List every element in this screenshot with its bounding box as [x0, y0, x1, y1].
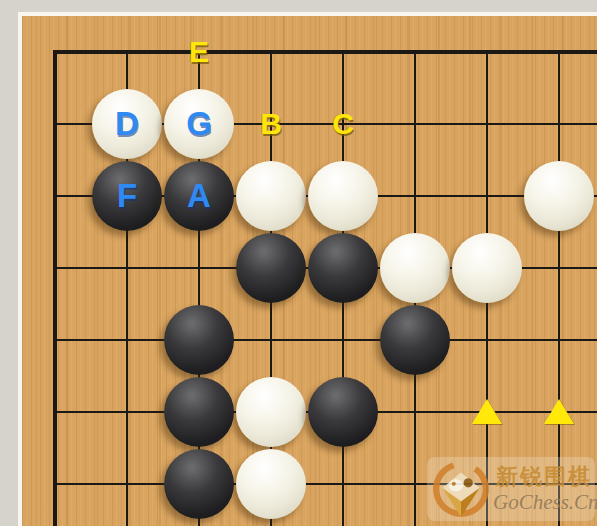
grid-line-horizontal	[53, 50, 597, 54]
black-stone-C14	[164, 377, 234, 447]
white-stone-B18: D	[92, 89, 162, 159]
white-stone-E17	[308, 161, 378, 231]
grid-line-horizontal	[53, 339, 597, 341]
watermark-cn-text: 新锐围棋	[496, 462, 592, 492]
white-stone-F16	[380, 233, 450, 303]
triangle-marker-H14	[544, 399, 574, 424]
black-stone-F15	[380, 305, 450, 375]
point-label-B[interactable]: B	[248, 105, 294, 143]
gochess-logo-icon	[430, 458, 492, 520]
white-stone-C18: G	[164, 89, 234, 159]
board-layer: DGFAEBC	[0, 0, 597, 526]
watermark-site-text: GoChess.Cn	[493, 490, 593, 515]
black-stone-E14	[308, 377, 378, 447]
white-stone-G16	[452, 233, 522, 303]
watermark: 新锐围棋 GoChess.Cn	[427, 457, 595, 521]
stone-label-F: F	[117, 177, 137, 214]
white-stone-D17	[236, 161, 306, 231]
black-stone-C17: A	[164, 161, 234, 231]
point-label-C[interactable]: C	[320, 105, 366, 143]
black-stone-B17: F	[92, 161, 162, 231]
white-stone-D14	[236, 377, 306, 447]
grid-line-vertical	[558, 50, 560, 526]
white-stone-D13	[236, 449, 306, 519]
point-label-E[interactable]: E	[176, 33, 222, 71]
black-stone-C13	[164, 449, 234, 519]
white-stone-H17	[524, 161, 594, 231]
stone-label-G: G	[186, 105, 212, 142]
black-stone-D16	[236, 233, 306, 303]
black-stone-C15	[164, 305, 234, 375]
grid-line-vertical	[53, 50, 57, 526]
app-background: DGFAEBC 新锐围棋 GoChess.Cn	[0, 0, 597, 526]
stone-label-A: A	[187, 177, 211, 214]
black-stone-E16	[308, 233, 378, 303]
stone-label-D: D	[115, 105, 139, 142]
triangle-marker-G14	[472, 399, 502, 424]
